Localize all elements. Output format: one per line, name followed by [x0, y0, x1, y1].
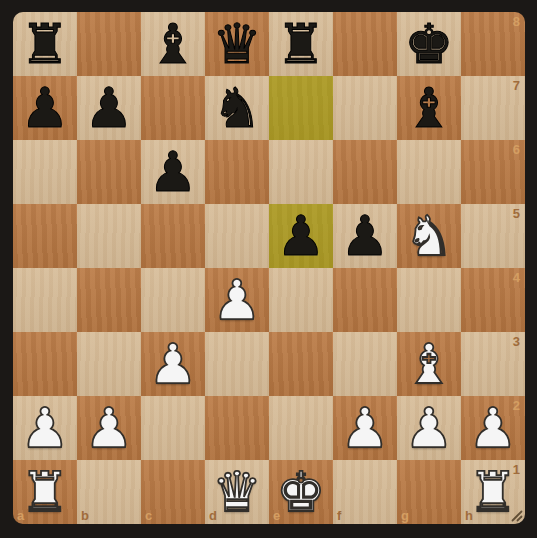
square-e3[interactable] — [269, 332, 333, 396]
square-d1[interactable]: ♛d — [205, 460, 269, 524]
white-king-e1[interactable]: ♚ — [269, 460, 333, 524]
square-b3[interactable] — [77, 332, 141, 396]
square-f5[interactable]: ♟ — [333, 204, 397, 268]
black-pawn-c6[interactable]: ♟ — [141, 140, 205, 204]
rank-label-4: 4 — [513, 270, 520, 285]
white-pawn-c3[interactable]: ♟ — [141, 332, 205, 396]
square-g3[interactable]: ♝ — [397, 332, 461, 396]
square-f7[interactable] — [333, 76, 397, 140]
square-c7[interactable] — [141, 76, 205, 140]
square-a3[interactable] — [13, 332, 77, 396]
white-pawn-h2[interactable]: ♟ — [461, 396, 525, 460]
white-pawn-d4[interactable]: ♟ — [205, 268, 269, 332]
square-d3[interactable] — [205, 332, 269, 396]
white-bishop-g3[interactable]: ♝ — [397, 332, 461, 396]
black-bishop-c8[interactable]: ♝ — [141, 12, 205, 76]
square-e5[interactable]: ♟ — [269, 204, 333, 268]
square-a2[interactable]: ♟ — [13, 396, 77, 460]
black-queen-d8[interactable]: ♛ — [205, 12, 269, 76]
square-g5[interactable]: ♞ — [397, 204, 461, 268]
square-g1[interactable]: g — [397, 460, 461, 524]
square-g7[interactable]: ♝ — [397, 76, 461, 140]
chess-board[interactable]: ♜♝♛♜♚8♟♟♞♝7♟6♟♟♞5♟4♟♝3♟♟♟♟♟2♜abc♛d♚efg♜1… — [13, 12, 525, 524]
black-pawn-b7[interactable]: ♟ — [77, 76, 141, 140]
square-f3[interactable] — [333, 332, 397, 396]
white-pawn-b2[interactable]: ♟ — [77, 396, 141, 460]
page-background: ♜♝♛♜♚8♟♟♞♝7♟6♟♟♞5♟4♟♝3♟♟♟♟♟2♜abc♛d♚efg♜1… — [0, 0, 537, 538]
white-queen-d1[interactable]: ♛ — [205, 460, 269, 524]
square-g8[interactable]: ♚ — [397, 12, 461, 76]
square-h5[interactable]: 5 — [461, 204, 525, 268]
square-d8[interactable]: ♛ — [205, 12, 269, 76]
black-knight-d7[interactable]: ♞ — [205, 76, 269, 140]
file-label-b: b — [81, 508, 89, 523]
square-c6[interactable]: ♟ — [141, 140, 205, 204]
black-bishop-g7[interactable]: ♝ — [397, 76, 461, 140]
square-a4[interactable] — [13, 268, 77, 332]
rank-label-5: 5 — [513, 206, 520, 221]
square-b1[interactable]: b — [77, 460, 141, 524]
square-b8[interactable] — [77, 12, 141, 76]
square-h3[interactable]: 3 — [461, 332, 525, 396]
black-pawn-a7[interactable]: ♟ — [13, 76, 77, 140]
board-resize-handle-icon[interactable] — [509, 508, 523, 522]
white-rook-a1[interactable]: ♜ — [13, 460, 77, 524]
square-g2[interactable]: ♟ — [397, 396, 461, 460]
square-e6[interactable] — [269, 140, 333, 204]
square-a1[interactable]: ♜a — [13, 460, 77, 524]
square-d2[interactable] — [205, 396, 269, 460]
square-g6[interactable] — [397, 140, 461, 204]
square-b7[interactable]: ♟ — [77, 76, 141, 140]
black-rook-a8[interactable]: ♜ — [13, 12, 77, 76]
file-label-f: f — [337, 508, 341, 523]
square-c4[interactable] — [141, 268, 205, 332]
square-a8[interactable]: ♜ — [13, 12, 77, 76]
square-b2[interactable]: ♟ — [77, 396, 141, 460]
square-f8[interactable] — [333, 12, 397, 76]
square-c8[interactable]: ♝ — [141, 12, 205, 76]
white-pawn-f2[interactable]: ♟ — [333, 396, 397, 460]
square-d7[interactable]: ♞ — [205, 76, 269, 140]
square-e7[interactable] — [269, 76, 333, 140]
square-h4[interactable]: 4 — [461, 268, 525, 332]
black-rook-e8[interactable]: ♜ — [269, 12, 333, 76]
square-f4[interactable] — [333, 268, 397, 332]
square-e4[interactable] — [269, 268, 333, 332]
square-d5[interactable] — [205, 204, 269, 268]
square-h8[interactable]: 8 — [461, 12, 525, 76]
square-b5[interactable] — [77, 204, 141, 268]
square-c5[interactable] — [141, 204, 205, 268]
square-h7[interactable]: 7 — [461, 76, 525, 140]
black-pawn-f5[interactable]: ♟ — [333, 204, 397, 268]
white-pawn-g2[interactable]: ♟ — [397, 396, 461, 460]
square-c3[interactable]: ♟ — [141, 332, 205, 396]
white-knight-g5[interactable]: ♞ — [397, 204, 461, 268]
file-label-c: c — [145, 508, 152, 523]
square-h6[interactable]: 6 — [461, 140, 525, 204]
square-f2[interactable]: ♟ — [333, 396, 397, 460]
square-b6[interactable] — [77, 140, 141, 204]
rank-label-7: 7 — [513, 78, 520, 93]
black-pawn-e5[interactable]: ♟ — [269, 204, 333, 268]
square-e2[interactable] — [269, 396, 333, 460]
square-d4[interactable]: ♟ — [205, 268, 269, 332]
square-h2[interactable]: ♟2 — [461, 396, 525, 460]
rank-label-3: 3 — [513, 334, 520, 349]
square-e8[interactable]: ♜ — [269, 12, 333, 76]
black-king-g8[interactable]: ♚ — [397, 12, 461, 76]
square-b4[interactable] — [77, 268, 141, 332]
square-d6[interactable] — [205, 140, 269, 204]
square-c2[interactable] — [141, 396, 205, 460]
square-e1[interactable]: ♚e — [269, 460, 333, 524]
white-pawn-a2[interactable]: ♟ — [13, 396, 77, 460]
square-f1[interactable]: f — [333, 460, 397, 524]
square-a7[interactable]: ♟ — [13, 76, 77, 140]
square-g4[interactable] — [397, 268, 461, 332]
square-c1[interactable]: c — [141, 460, 205, 524]
square-a6[interactable] — [13, 140, 77, 204]
rank-label-6: 6 — [513, 142, 520, 157]
file-label-g: g — [401, 508, 409, 523]
rank-label-8: 8 — [513, 14, 520, 29]
square-a5[interactable] — [13, 204, 77, 268]
square-f6[interactable] — [333, 140, 397, 204]
